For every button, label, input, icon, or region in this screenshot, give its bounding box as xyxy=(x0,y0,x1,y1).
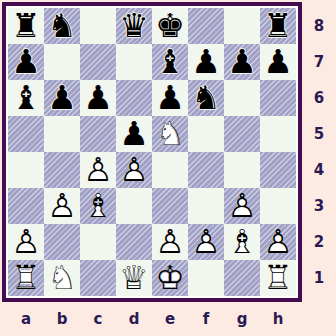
square-d4[interactable]: ♟♙ xyxy=(116,152,152,188)
black-pawn: ♟ xyxy=(116,116,152,152)
piece-glyph-outline: ♙ xyxy=(44,188,80,224)
piece-glyph-fill: ♜ xyxy=(260,8,296,44)
black-bishop: ♝ xyxy=(8,80,44,116)
square-h4[interactable] xyxy=(260,152,296,188)
square-c8[interactable] xyxy=(80,8,116,44)
square-g1[interactable] xyxy=(224,260,260,296)
piece-glyph-outline: ♙ xyxy=(152,224,188,260)
piece-glyph-fill: ♝ xyxy=(152,44,188,80)
white-knight: ♞♘ xyxy=(44,260,80,296)
piece-glyph-fill: ♟ xyxy=(80,80,116,116)
black-pawn: ♟ xyxy=(44,80,80,116)
square-g8[interactable] xyxy=(224,8,260,44)
black-pawn: ♟ xyxy=(80,80,116,116)
square-g3[interactable]: ♟♙ xyxy=(224,188,260,224)
square-f2[interactable]: ♟♙ xyxy=(188,224,224,260)
rank-label-8: 8 xyxy=(306,8,332,44)
square-f3[interactable] xyxy=(188,188,224,224)
piece-glyph-outline: ♗ xyxy=(224,224,260,260)
square-a2[interactable]: ♟♙ xyxy=(8,224,44,260)
square-e4[interactable] xyxy=(152,152,188,188)
square-h1[interactable]: ♜♖ xyxy=(260,260,296,296)
piece-glyph-outline: ♘ xyxy=(44,260,80,296)
piece-glyph-outline: ♖ xyxy=(260,260,296,296)
square-d2[interactable] xyxy=(116,224,152,260)
black-pawn: ♟ xyxy=(8,44,44,80)
piece-glyph-fill: ♟ xyxy=(152,80,188,116)
piece-glyph-outline: ♙ xyxy=(8,224,44,260)
file-label-d: d xyxy=(116,306,152,332)
square-h3[interactable] xyxy=(260,188,296,224)
square-e8[interactable]: ♚ xyxy=(152,8,188,44)
square-d6[interactable] xyxy=(116,80,152,116)
square-g4[interactable] xyxy=(224,152,260,188)
square-c6[interactable]: ♟ xyxy=(80,80,116,116)
square-h8[interactable]: ♜ xyxy=(260,8,296,44)
square-a4[interactable] xyxy=(8,152,44,188)
piece-glyph-fill: ♞ xyxy=(44,8,80,44)
file-label-h: h xyxy=(260,306,296,332)
square-e5[interactable]: ♞♘ xyxy=(152,116,188,152)
square-b4[interactable] xyxy=(44,152,80,188)
file-label-b: b xyxy=(44,306,80,332)
white-bishop: ♝♗ xyxy=(80,188,116,224)
rank-label-6: 6 xyxy=(306,80,332,116)
white-king: ♚♔ xyxy=(152,260,188,296)
white-pawn: ♟♙ xyxy=(44,188,80,224)
square-h5[interactable] xyxy=(260,116,296,152)
piece-glyph-fill: ♞ xyxy=(188,80,224,116)
white-queen: ♛♕ xyxy=(116,260,152,296)
square-e1[interactable]: ♚♔ xyxy=(152,260,188,296)
white-rook: ♜♖ xyxy=(260,260,296,296)
piece-glyph-outline: ♙ xyxy=(116,152,152,188)
black-bishop: ♝ xyxy=(152,44,188,80)
square-a5[interactable] xyxy=(8,116,44,152)
square-a1[interactable]: ♜♖ xyxy=(8,260,44,296)
piece-glyph-fill: ♟ xyxy=(260,44,296,80)
square-g6[interactable] xyxy=(224,80,260,116)
square-e6[interactable]: ♟ xyxy=(152,80,188,116)
square-b2[interactable] xyxy=(44,224,80,260)
rank-labels: 87654321 xyxy=(306,8,332,296)
square-h6[interactable] xyxy=(260,80,296,116)
square-d7[interactable] xyxy=(116,44,152,80)
square-b1[interactable]: ♞♘ xyxy=(44,260,80,296)
square-a8[interactable]: ♜ xyxy=(8,8,44,44)
square-h7[interactable]: ♟ xyxy=(260,44,296,80)
square-e7[interactable]: ♝ xyxy=(152,44,188,80)
square-d1[interactable]: ♛♕ xyxy=(116,260,152,296)
rank-label-7: 7 xyxy=(306,44,332,80)
piece-glyph-fill: ♟ xyxy=(44,80,80,116)
square-e2[interactable]: ♟♙ xyxy=(152,224,188,260)
square-b5[interactable] xyxy=(44,116,80,152)
square-f8[interactable] xyxy=(188,8,224,44)
white-bishop: ♝♗ xyxy=(224,224,260,260)
piece-glyph-outline: ♘ xyxy=(152,116,188,152)
square-d8[interactable]: ♛ xyxy=(116,8,152,44)
black-pawn: ♟ xyxy=(260,44,296,80)
black-pawn: ♟ xyxy=(152,80,188,116)
square-c1[interactable] xyxy=(80,260,116,296)
square-f1[interactable] xyxy=(188,260,224,296)
piece-glyph-fill: ♜ xyxy=(8,8,44,44)
file-label-e: e xyxy=(152,306,188,332)
square-c3[interactable]: ♝♗ xyxy=(80,188,116,224)
piece-glyph-outline: ♕ xyxy=(116,260,152,296)
black-rook: ♜ xyxy=(260,8,296,44)
rank-label-2: 2 xyxy=(306,224,332,260)
black-pawn: ♟ xyxy=(224,44,260,80)
piece-glyph-fill: ♟ xyxy=(116,116,152,152)
square-f5[interactable] xyxy=(188,116,224,152)
white-pawn: ♟♙ xyxy=(188,224,224,260)
square-b3[interactable]: ♟♙ xyxy=(44,188,80,224)
piece-glyph-outline: ♙ xyxy=(80,152,116,188)
square-c4[interactable]: ♟♙ xyxy=(80,152,116,188)
square-d3[interactable] xyxy=(116,188,152,224)
square-f4[interactable] xyxy=(188,152,224,188)
file-label-f: f xyxy=(188,306,224,332)
file-label-g: g xyxy=(224,306,260,332)
black-knight: ♞ xyxy=(44,8,80,44)
chess-board-frame: ♜♞♛♚♜♟♝♟♟♟♝♟♟♟♞♟♞♘♟♙♟♙♟♙♝♗♟♙♟♙♟♙♟♙♝♗♟♙♜♖… xyxy=(2,2,302,302)
square-a7[interactable]: ♟ xyxy=(8,44,44,80)
square-e3[interactable] xyxy=(152,188,188,224)
square-b7[interactable] xyxy=(44,44,80,80)
piece-glyph-fill: ♟ xyxy=(224,44,260,80)
file-label-c: c xyxy=(80,306,116,332)
file-labels: abcdefgh xyxy=(8,306,296,332)
square-c7[interactable] xyxy=(80,44,116,80)
chess-board: ♜♞♛♚♜♟♝♟♟♟♝♟♟♟♞♟♞♘♟♙♟♙♟♙♝♗♟♙♟♙♟♙♟♙♝♗♟♙♜♖… xyxy=(8,8,296,296)
square-f6[interactable]: ♞ xyxy=(188,80,224,116)
black-pawn: ♟ xyxy=(188,44,224,80)
square-g7[interactable]: ♟ xyxy=(224,44,260,80)
piece-glyph-outline: ♗ xyxy=(80,188,116,224)
square-h2[interactable]: ♟♙ xyxy=(260,224,296,260)
rank-label-3: 3 xyxy=(306,188,332,224)
black-queen: ♛ xyxy=(116,8,152,44)
white-knight: ♞♘ xyxy=(152,116,188,152)
square-c5[interactable] xyxy=(80,116,116,152)
square-a3[interactable] xyxy=(8,188,44,224)
white-pawn: ♟♙ xyxy=(224,188,260,224)
square-b6[interactable]: ♟ xyxy=(44,80,80,116)
piece-glyph-fill: ♝ xyxy=(8,80,44,116)
black-king: ♚ xyxy=(152,8,188,44)
piece-glyph-fill: ♟ xyxy=(8,44,44,80)
square-g2[interactable]: ♝♗ xyxy=(224,224,260,260)
piece-glyph-outline: ♙ xyxy=(224,188,260,224)
piece-glyph-outline: ♖ xyxy=(8,260,44,296)
square-b8[interactable]: ♞ xyxy=(44,8,80,44)
rank-label-4: 4 xyxy=(306,152,332,188)
piece-glyph-fill: ♚ xyxy=(152,8,188,44)
rank-label-5: 5 xyxy=(306,116,332,152)
white-pawn: ♟♙ xyxy=(260,224,296,260)
black-rook: ♜ xyxy=(8,8,44,44)
piece-glyph-outline: ♔ xyxy=(152,260,188,296)
white-pawn: ♟♙ xyxy=(116,152,152,188)
piece-glyph-fill: ♟ xyxy=(188,44,224,80)
piece-glyph-fill: ♛ xyxy=(116,8,152,44)
piece-glyph-outline: ♙ xyxy=(260,224,296,260)
rank-label-1: 1 xyxy=(306,260,332,296)
white-pawn: ♟♙ xyxy=(8,224,44,260)
white-pawn: ♟♙ xyxy=(152,224,188,260)
square-d5[interactable]: ♟ xyxy=(116,116,152,152)
square-g5[interactable] xyxy=(224,116,260,152)
black-knight: ♞ xyxy=(188,80,224,116)
piece-glyph-outline: ♙ xyxy=(188,224,224,260)
white-rook: ♜♖ xyxy=(8,260,44,296)
file-label-a: a xyxy=(8,306,44,332)
square-c2[interactable] xyxy=(80,224,116,260)
square-f7[interactable]: ♟ xyxy=(188,44,224,80)
square-a6[interactable]: ♝ xyxy=(8,80,44,116)
white-pawn: ♟♙ xyxy=(80,152,116,188)
